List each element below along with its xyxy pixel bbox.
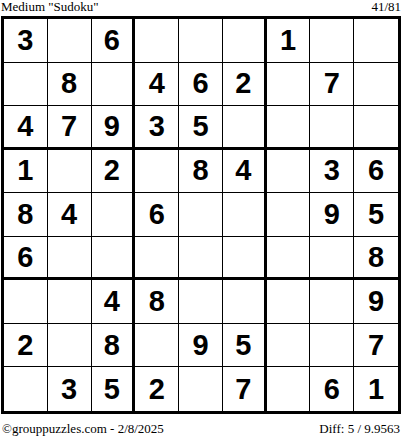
cell-r3c1: 4: [4, 106, 48, 150]
cell-r3c9[interactable]: [354, 106, 398, 150]
cell-r2c4: 4: [135, 63, 179, 107]
cell-r5c1: 8: [4, 193, 48, 237]
cell-r9c3: 5: [92, 367, 136, 411]
cell-r1c3: 6: [92, 19, 136, 63]
cell-r2c5: 6: [179, 63, 223, 107]
cell-r4c7[interactable]: [267, 150, 311, 194]
cell-counter: 41/81: [371, 0, 401, 14]
cell-r9c1[interactable]: [4, 367, 48, 411]
cell-r6c7[interactable]: [267, 237, 311, 281]
cell-r7c2[interactable]: [48, 280, 92, 324]
cell-r5c9: 5: [354, 193, 398, 237]
cell-r4c3: 2: [92, 150, 136, 194]
cell-r6c2[interactable]: [48, 237, 92, 281]
cell-r5c6[interactable]: [223, 193, 267, 237]
cell-r1c6[interactable]: [223, 19, 267, 63]
cell-r7c3: 4: [92, 280, 136, 324]
cell-r2c9[interactable]: [354, 63, 398, 107]
cell-r6c1: 6: [4, 237, 48, 281]
cell-r9c8: 6: [310, 367, 354, 411]
cell-r5c2: 4: [48, 193, 92, 237]
cell-r2c6: 2: [223, 63, 267, 107]
cell-r5c3[interactable]: [92, 193, 136, 237]
cell-r6c4[interactable]: [135, 237, 179, 281]
cell-r7c6[interactable]: [223, 280, 267, 324]
cell-r4c6: 4: [223, 150, 267, 194]
cell-r6c8[interactable]: [310, 237, 354, 281]
cell-r3c6[interactable]: [223, 106, 267, 150]
cell-r2c8: 7: [310, 63, 354, 107]
cell-r4c2[interactable]: [48, 150, 92, 194]
sudoku-page: Medium "Sudoku" 41/81 361846274793512843…: [0, 0, 402, 437]
footer: ©grouppuzzles.com - 2/8/2025 Diff: 5 / 9…: [0, 420, 402, 436]
cell-r8c7[interactable]: [267, 324, 311, 368]
cell-r9c2: 3: [48, 367, 92, 411]
cell-r9c4: 2: [135, 367, 179, 411]
cell-r4c1: 1: [4, 150, 48, 194]
cell-r6c3[interactable]: [92, 237, 136, 281]
cell-r9c7[interactable]: [267, 367, 311, 411]
cell-r3c8[interactable]: [310, 106, 354, 150]
cell-r4c8: 3: [310, 150, 354, 194]
cell-r1c8[interactable]: [310, 19, 354, 63]
cell-r9c9: 1: [354, 367, 398, 411]
cell-r1c9[interactable]: [354, 19, 398, 63]
cell-r3c7[interactable]: [267, 106, 311, 150]
cell-r2c3[interactable]: [92, 63, 136, 107]
cell-r8c1: 2: [4, 324, 48, 368]
cell-r3c3: 9: [92, 106, 136, 150]
cell-r2c1[interactable]: [4, 63, 48, 107]
cell-r8c4[interactable]: [135, 324, 179, 368]
cell-r1c4[interactable]: [135, 19, 179, 63]
cell-r4c9: 6: [354, 150, 398, 194]
cell-r6c5[interactable]: [179, 237, 223, 281]
cell-r8c5: 9: [179, 324, 223, 368]
cell-r5c5[interactable]: [179, 193, 223, 237]
cell-r5c8: 9: [310, 193, 354, 237]
cell-r7c4: 8: [135, 280, 179, 324]
cell-r3c5: 5: [179, 106, 223, 150]
difficulty-rating: Diff: 5 / 9.9563: [319, 421, 400, 436]
cell-r9c6: 7: [223, 367, 267, 411]
cell-r3c2: 7: [48, 106, 92, 150]
cell-r5c7[interactable]: [267, 193, 311, 237]
cell-r1c1: 3: [4, 19, 48, 63]
puzzle-title: Medium "Sudoku": [1, 0, 99, 14]
cell-r2c2: 8: [48, 63, 92, 107]
cell-r8c3: 8: [92, 324, 136, 368]
cell-r9c5[interactable]: [179, 367, 223, 411]
cell-r2c7[interactable]: [267, 63, 311, 107]
cell-r8c9: 7: [354, 324, 398, 368]
cell-r4c5: 8: [179, 150, 223, 194]
cell-r7c9: 9: [354, 280, 398, 324]
sudoku-grid: 3618462747935128436846956848928957352761: [1, 16, 401, 414]
cell-r8c6: 5: [223, 324, 267, 368]
cell-r1c5[interactable]: [179, 19, 223, 63]
cell-r7c1[interactable]: [4, 280, 48, 324]
cell-r8c2[interactable]: [48, 324, 92, 368]
cell-r5c4: 6: [135, 193, 179, 237]
header: Medium "Sudoku" 41/81: [0, 0, 402, 15]
cell-r1c7: 1: [267, 19, 311, 63]
copyright-date: ©grouppuzzles.com - 2/8/2025: [2, 421, 164, 436]
cell-r3c4: 3: [135, 106, 179, 150]
cell-r1c2[interactable]: [48, 19, 92, 63]
cell-r6c6[interactable]: [223, 237, 267, 281]
cell-r4c4[interactable]: [135, 150, 179, 194]
cell-r7c7[interactable]: [267, 280, 311, 324]
cell-r7c5[interactable]: [179, 280, 223, 324]
cell-r6c9: 8: [354, 237, 398, 281]
cell-r8c8[interactable]: [310, 324, 354, 368]
cell-r7c8[interactable]: [310, 280, 354, 324]
